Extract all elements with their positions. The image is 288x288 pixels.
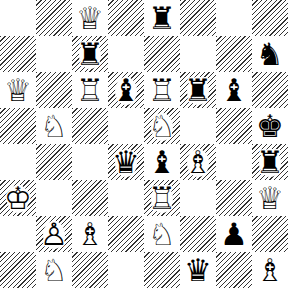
- square-d2[interactable]: [108, 216, 144, 252]
- white-pawn-piece[interactable]: ♙: [40, 216, 68, 252]
- square-c4[interactable]: [72, 144, 108, 180]
- square-h8[interactable]: [252, 0, 288, 36]
- square-a8[interactable]: [0, 0, 36, 36]
- white-bishop-piece[interactable]: ♗: [184, 144, 212, 180]
- square-c6[interactable]: ♖: [72, 72, 108, 108]
- square-h6[interactable]: [252, 72, 288, 108]
- black-rook-piece[interactable]: ♜: [184, 72, 212, 108]
- square-e1[interactable]: [144, 252, 180, 288]
- white-bishop-piece[interactable]: ♗: [76, 216, 104, 252]
- square-a3[interactable]: ♔: [0, 180, 36, 216]
- square-a6[interactable]: ♕: [0, 72, 36, 108]
- square-c1[interactable]: [72, 252, 108, 288]
- square-a1[interactable]: [0, 252, 36, 288]
- square-c3[interactable]: [72, 180, 108, 216]
- square-d7[interactable]: [108, 36, 144, 72]
- square-b1[interactable]: ♘: [36, 252, 72, 288]
- square-b6[interactable]: [36, 72, 72, 108]
- square-a5[interactable]: [0, 108, 36, 144]
- square-e6[interactable]: ♖: [144, 72, 180, 108]
- square-f4[interactable]: ♗: [180, 144, 216, 180]
- square-f5[interactable]: [180, 108, 216, 144]
- square-h2[interactable]: [252, 216, 288, 252]
- black-queen-piece[interactable]: ♛: [112, 144, 140, 180]
- square-g5[interactable]: [216, 108, 252, 144]
- white-knight-piece[interactable]: ♘: [40, 108, 68, 144]
- square-d5[interactable]: [108, 108, 144, 144]
- black-rook-piece[interactable]: ♜: [148, 0, 176, 36]
- square-d3[interactable]: [108, 180, 144, 216]
- white-queen-piece[interactable]: ♕: [4, 72, 32, 108]
- black-bishop-piece[interactable]: ♝: [220, 72, 248, 108]
- black-queen-piece[interactable]: ♛: [184, 252, 212, 288]
- square-h7[interactable]: ♞: [252, 36, 288, 72]
- square-g3[interactable]: [216, 180, 252, 216]
- square-e8[interactable]: ♜: [144, 0, 180, 36]
- square-d6[interactable]: ♝: [108, 72, 144, 108]
- square-f6[interactable]: ♜: [180, 72, 216, 108]
- square-b4[interactable]: [36, 144, 72, 180]
- square-g7[interactable]: [216, 36, 252, 72]
- square-d1[interactable]: [108, 252, 144, 288]
- square-e2[interactable]: ♘: [144, 216, 180, 252]
- chess-board: ♕♜♜♞♕♖♝♖♜♝♘♘♚♛♝♗♜♔♖♕♙♗♘♟♘♛♗: [0, 0, 288, 288]
- white-knight-piece[interactable]: ♘: [148, 216, 176, 252]
- square-e7[interactable]: [144, 36, 180, 72]
- square-d4[interactable]: ♛: [108, 144, 144, 180]
- square-h1[interactable]: ♗: [252, 252, 288, 288]
- black-rook-piece[interactable]: ♜: [76, 36, 104, 72]
- white-rook-piece[interactable]: ♖: [148, 72, 176, 108]
- square-g4[interactable]: [216, 144, 252, 180]
- square-f3[interactable]: [180, 180, 216, 216]
- white-rook-piece[interactable]: ♖: [148, 180, 176, 216]
- white-queen-piece[interactable]: ♕: [256, 180, 284, 216]
- square-c7[interactable]: ♜: [72, 36, 108, 72]
- black-bishop-piece[interactable]: ♝: [112, 72, 140, 108]
- square-a2[interactable]: [0, 216, 36, 252]
- black-rook-piece[interactable]: ♜: [256, 144, 284, 180]
- square-b8[interactable]: [36, 0, 72, 36]
- square-b7[interactable]: [36, 36, 72, 72]
- square-c8[interactable]: ♕: [72, 0, 108, 36]
- square-h4[interactable]: ♜: [252, 144, 288, 180]
- white-knight-piece[interactable]: ♘: [40, 252, 68, 288]
- square-a4[interactable]: [0, 144, 36, 180]
- square-h3[interactable]: ♕: [252, 180, 288, 216]
- square-g8[interactable]: [216, 0, 252, 36]
- square-f2[interactable]: [180, 216, 216, 252]
- square-g2[interactable]: ♟: [216, 216, 252, 252]
- square-b3[interactable]: [36, 180, 72, 216]
- square-b5[interactable]: ♘: [36, 108, 72, 144]
- square-e5[interactable]: ♘: [144, 108, 180, 144]
- black-bishop-piece[interactable]: ♝: [148, 144, 176, 180]
- square-a7[interactable]: [0, 36, 36, 72]
- square-g6[interactable]: ♝: [216, 72, 252, 108]
- square-h5[interactable]: ♚: [252, 108, 288, 144]
- square-e3[interactable]: ♖: [144, 180, 180, 216]
- white-knight-piece[interactable]: ♘: [148, 108, 176, 144]
- square-e4[interactable]: ♝: [144, 144, 180, 180]
- square-f1[interactable]: ♛: [180, 252, 216, 288]
- white-king-piece[interactable]: ♔: [4, 180, 32, 216]
- white-bishop-piece[interactable]: ♗: [256, 252, 284, 288]
- black-pawn-piece[interactable]: ♟: [220, 216, 248, 252]
- square-g1[interactable]: [216, 252, 252, 288]
- square-c5[interactable]: [72, 108, 108, 144]
- black-king-piece[interactable]: ♚: [256, 108, 284, 144]
- black-knight-piece[interactable]: ♞: [256, 36, 284, 72]
- square-f7[interactable]: [180, 36, 216, 72]
- white-queen-piece[interactable]: ♕: [76, 0, 104, 36]
- chess-diagram: ♕♜♜♞♕♖♝♖♜♝♘♘♚♛♝♗♜♔♖♕♙♗♘♟♘♛♗: [0, 0, 288, 288]
- square-b2[interactable]: ♙: [36, 216, 72, 252]
- square-d8[interactable]: [108, 0, 144, 36]
- square-f8[interactable]: [180, 0, 216, 36]
- white-rook-piece[interactable]: ♖: [76, 72, 104, 108]
- square-c2[interactable]: ♗: [72, 216, 108, 252]
